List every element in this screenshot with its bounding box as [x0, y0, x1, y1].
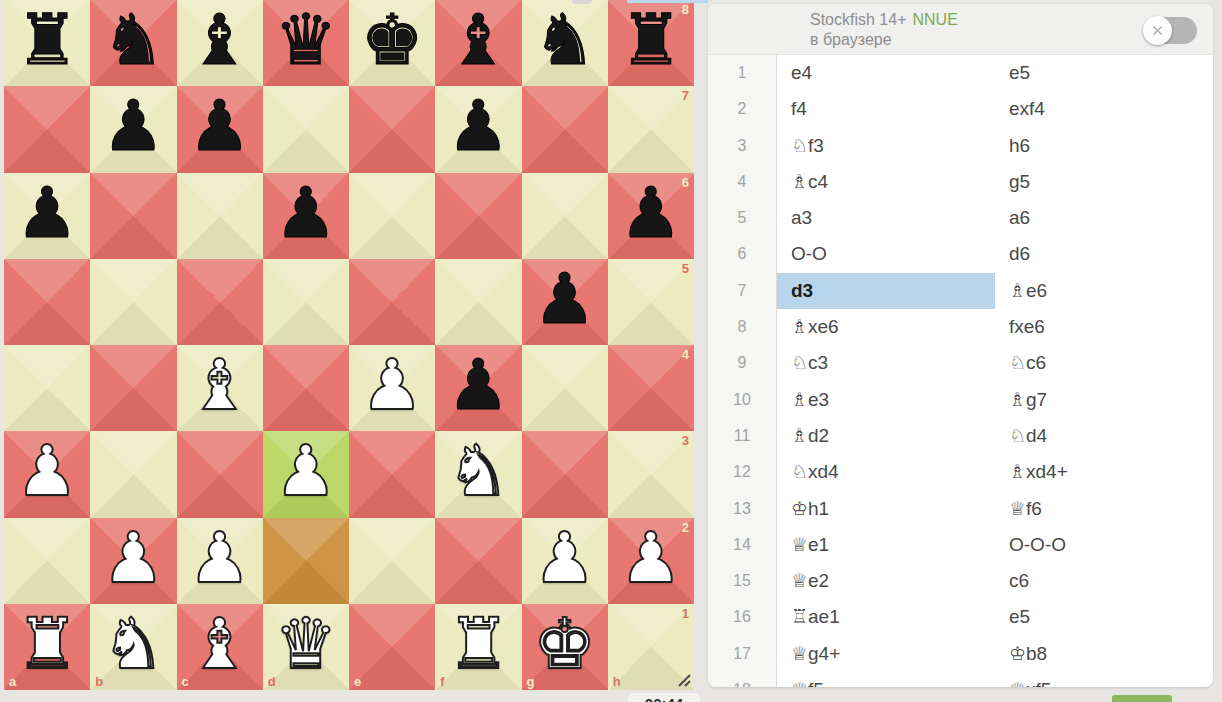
square-f6[interactable]	[435, 173, 521, 259]
move-14-black[interactable]: O-O-O	[995, 527, 1213, 563]
square-g1[interactable]: g♚	[522, 604, 608, 690]
move-17-white[interactable]: ♕g4+	[777, 636, 995, 672]
move-12-white[interactable]: ♘xd4	[777, 454, 995, 490]
square-c2[interactable]: ♟	[177, 518, 263, 604]
move-number-6: 6	[708, 236, 777, 272]
file-label-g: g	[527, 674, 535, 689]
move-9-white[interactable]: ♘c3	[777, 345, 995, 381]
white-pawn-a3[interactable]: ♟	[16, 436, 79, 506]
move-number-14: 14	[708, 527, 777, 563]
square-h3[interactable]: 3	[608, 431, 694, 517]
move-4-black[interactable]: g5	[995, 164, 1213, 200]
square-f2[interactable]	[435, 518, 521, 604]
square-a6[interactable]: ♟	[4, 173, 90, 259]
move-number-10: 10	[708, 382, 777, 418]
square-e8[interactable]: ♚	[349, 0, 435, 86]
square-d5[interactable]	[263, 259, 349, 345]
black-pawn-a6[interactable]: ♟	[16, 178, 79, 248]
move-3-white[interactable]: ♘f3	[777, 128, 995, 164]
square-d8[interactable]: ♛	[263, 0, 349, 86]
move-6-white[interactable]: O-O	[777, 236, 995, 272]
move-18-white[interactable]: ♕f5	[777, 672, 995, 687]
white-rook-f1[interactable]: ♜	[447, 609, 510, 679]
square-g4[interactable]	[522, 345, 608, 431]
square-c7[interactable]: ♟	[177, 86, 263, 172]
black-rook-a8[interactable]: ♜	[16, 5, 79, 75]
square-f5[interactable]	[435, 259, 521, 345]
move-number-2: 2	[708, 91, 777, 127]
black-pawn-g5[interactable]: ♟	[533, 264, 596, 334]
square-d7[interactable]	[263, 86, 349, 172]
square-c1[interactable]: c♝	[177, 604, 263, 690]
square-b6[interactable]	[90, 173, 176, 259]
move-number-12: 12	[708, 454, 777, 490]
square-b3[interactable]	[90, 431, 176, 517]
white-bishop-c1[interactable]: ♝	[188, 609, 251, 679]
white-bishop-c4[interactable]: ♝	[188, 350, 251, 420]
move-1-white[interactable]: e4	[777, 55, 995, 91]
square-c5[interactable]	[177, 259, 263, 345]
move-14-white[interactable]: ♕e1	[777, 527, 995, 563]
square-e6[interactable]	[349, 173, 435, 259]
square-e2[interactable]	[349, 518, 435, 604]
square-b8[interactable]: ♞	[90, 0, 176, 86]
black-pawn-b7[interactable]: ♟	[102, 91, 165, 161]
rank-label-8: 8	[682, 2, 689, 17]
cutoff-ui-element	[572, 0, 592, 4]
white-knight-f3[interactable]: ♞	[447, 436, 510, 506]
move-13-black[interactable]: ♕f6	[995, 491, 1213, 527]
square-c3[interactable]	[177, 431, 263, 517]
move-16-black[interactable]: e5	[995, 599, 1213, 635]
move-number-4: 4	[708, 164, 777, 200]
square-d4[interactable]	[263, 345, 349, 431]
move-8-black[interactable]: fxe6	[995, 309, 1213, 345]
black-pawn-f4[interactable]: ♟	[447, 350, 510, 420]
move-18-black[interactable]: ♕xf5	[995, 672, 1213, 687]
file-label-a: a	[9, 674, 16, 689]
move-3-black[interactable]: h6	[995, 128, 1213, 164]
clock: 00:44	[628, 693, 700, 702]
white-pawn-e4[interactable]: ♟	[361, 350, 424, 420]
square-f4[interactable]: ♟	[435, 345, 521, 431]
white-queen-d1[interactable]: ♛	[274, 609, 337, 679]
rank-label-3: 3	[682, 433, 689, 448]
square-c8[interactable]: ♝	[177, 0, 263, 86]
black-knight-g8[interactable]: ♞	[533, 5, 596, 75]
square-f1[interactable]: f♜	[435, 604, 521, 690]
move-number-16: 16	[708, 599, 777, 635]
move-number-8: 8	[708, 309, 777, 345]
move-5-white[interactable]: a3	[777, 200, 995, 236]
engine-info: Stockfish 14+NNUE в браузере	[708, 4, 1213, 50]
move-7-black[interactable]: ♗e6	[995, 273, 1213, 309]
move-list: 1e4e52f4exf43♘f3h64♗c4g55a3a66O-Od67d3♗e…	[708, 55, 1213, 687]
square-c6[interactable]	[177, 173, 263, 259]
file-label-e: e	[354, 674, 361, 689]
move-11-black[interactable]: ♘d4	[995, 418, 1213, 454]
white-pawn-h2[interactable]: ♟	[619, 523, 682, 593]
move-10-black[interactable]: ♗g7	[995, 382, 1213, 418]
move-number-5: 5	[708, 200, 777, 236]
move-6-black[interactable]: d6	[995, 236, 1213, 272]
file-label-f: f	[440, 674, 444, 689]
move-15-black[interactable]: c6	[995, 563, 1213, 599]
square-d1[interactable]: d♛	[263, 604, 349, 690]
square-g5[interactable]: ♟	[522, 259, 608, 345]
move-number-17: 17	[708, 636, 777, 672]
move-number-9: 9	[708, 345, 777, 381]
file-label-b: b	[95, 674, 103, 689]
board-resize-handle-icon[interactable]	[674, 670, 692, 688]
rank-label-2: 2	[682, 520, 689, 535]
square-h5[interactable]: 5	[608, 259, 694, 345]
square-h8[interactable]: 8♜	[608, 0, 694, 86]
nnue-badge: NNUE	[913, 11, 958, 28]
black-queen-d8[interactable]: ♛	[274, 5, 337, 75]
analysis-panel: Stockfish 14+NNUE в браузере ✕ 1e4e52f4e…	[708, 4, 1213, 687]
move-number-3: 3	[708, 128, 777, 164]
square-g3[interactable]	[522, 431, 608, 517]
rank-label-1: 1	[682, 606, 689, 621]
move-17-black[interactable]: ♔b8	[995, 636, 1213, 672]
square-g2[interactable]: ♟	[522, 518, 608, 604]
square-f7[interactable]: ♟	[435, 86, 521, 172]
square-g7[interactable]	[522, 86, 608, 172]
square-e4[interactable]: ♟	[349, 345, 435, 431]
white-pawn-b2[interactable]: ♟	[102, 523, 165, 593]
square-c4[interactable]: ♝	[177, 345, 263, 431]
move-7-white[interactable]: d3	[777, 273, 995, 309]
black-rook-h8[interactable]: ♜	[619, 5, 682, 75]
engine-toggle[interactable]: ✕	[1144, 17, 1197, 44]
square-a5[interactable]	[4, 259, 90, 345]
white-knight-b1[interactable]: ♞	[102, 609, 165, 679]
move-number-11: 11	[708, 418, 777, 454]
move-number-1: 1	[708, 55, 777, 91]
square-f8[interactable]: ♝	[435, 0, 521, 86]
move-5-black[interactable]: a6	[995, 200, 1213, 236]
square-h4[interactable]: 4	[608, 345, 694, 431]
move-2-white[interactable]: f4	[777, 91, 995, 127]
square-b4[interactable]	[90, 345, 176, 431]
move-9-black[interactable]: ♘c6	[995, 345, 1213, 381]
white-rook-a1[interactable]: ♜	[16, 609, 79, 679]
rank-label-7: 7	[682, 88, 689, 103]
toggle-knob-x-icon[interactable]: ✕	[1143, 16, 1172, 45]
rank-label-6: 6	[682, 175, 689, 190]
square-h2[interactable]: 2♟	[608, 518, 694, 604]
square-a7[interactable]	[4, 86, 90, 172]
move-10-white[interactable]: ♗e3	[777, 382, 995, 418]
white-pawn-c2[interactable]: ♟	[188, 523, 251, 593]
engine-header: Stockfish 14+NNUE в браузере ✕	[708, 4, 1213, 55]
square-a8[interactable]: ♜	[4, 0, 90, 86]
black-king-e8[interactable]: ♚	[361, 5, 424, 75]
move-11-white[interactable]: ♗d2	[777, 418, 995, 454]
file-label-h: h	[613, 674, 621, 689]
square-e5[interactable]	[349, 259, 435, 345]
square-g6[interactable]	[522, 173, 608, 259]
square-b2[interactable]: ♟	[90, 518, 176, 604]
black-bishop-c8[interactable]: ♝	[188, 5, 251, 75]
move-number-18: 18	[708, 672, 777, 687]
move-number-7: 7	[708, 273, 777, 309]
square-a4[interactable]	[4, 345, 90, 431]
move-1-black[interactable]: e5	[995, 55, 1213, 91]
square-b7[interactable]: ♟	[90, 86, 176, 172]
rank-label-5: 5	[682, 261, 689, 276]
black-bishop-f8[interactable]: ♝	[447, 5, 510, 75]
black-pawn-c7[interactable]: ♟	[188, 91, 251, 161]
square-d2[interactable]	[263, 518, 349, 604]
move-4-white[interactable]: ♗c4	[777, 164, 995, 200]
square-b1[interactable]: b♞	[90, 604, 176, 690]
square-h6[interactable]: 6♟	[608, 173, 694, 259]
square-e3[interactable]	[349, 431, 435, 517]
move-15-white[interactable]: ♕e2	[777, 563, 995, 599]
file-label-c: c	[182, 674, 189, 689]
white-king-g1[interactable]: ♚	[533, 609, 596, 679]
square-a2[interactable]	[4, 518, 90, 604]
move-13-white[interactable]: ♔h1	[777, 491, 995, 527]
black-knight-b8[interactable]: ♞	[102, 5, 165, 75]
square-d3[interactable]: ♟	[263, 431, 349, 517]
white-pawn-g2[interactable]: ♟	[533, 523, 596, 593]
black-pawn-f7[interactable]: ♟	[447, 91, 510, 161]
move-number-13: 13	[708, 491, 777, 527]
black-pawn-h6[interactable]: ♟	[619, 178, 682, 248]
move-12-black[interactable]: ♗xd4+	[995, 454, 1213, 490]
black-pawn-d6[interactable]: ♟	[274, 178, 337, 248]
square-a3[interactable]: ♟	[4, 431, 90, 517]
square-f3[interactable]: ♞	[435, 431, 521, 517]
square-e1[interactable]: e	[349, 604, 435, 690]
square-a1[interactable]: a♜	[4, 604, 90, 690]
green-action-button[interactable]	[1112, 695, 1172, 702]
engine-name: Stockfish 14+	[810, 11, 907, 28]
move-8-white[interactable]: ♗xe6	[777, 309, 995, 345]
square-h7[interactable]: 7	[608, 86, 694, 172]
square-d6[interactable]: ♟	[263, 173, 349, 259]
move-16-white[interactable]: ♖ae1	[777, 599, 995, 635]
square-b5[interactable]	[90, 259, 176, 345]
cutoff-blue-strip	[627, 0, 708, 3]
rank-label-4: 4	[682, 347, 689, 362]
chess-board[interactable]: ♜♞♝♛♚♝♞8♜♟♟♟7♟♟6♟♟5♝♟♟4♟♟♞3♟♟♟2♟a♜b♞c♝d♛…	[4, 0, 694, 690]
square-g8[interactable]: ♞	[522, 0, 608, 86]
move-2-black[interactable]: exf4	[995, 91, 1213, 127]
move-number-15: 15	[708, 563, 777, 599]
square-e7[interactable]	[349, 86, 435, 172]
white-pawn-d3[interactable]: ♟	[274, 436, 337, 506]
file-label-d: d	[268, 674, 276, 689]
